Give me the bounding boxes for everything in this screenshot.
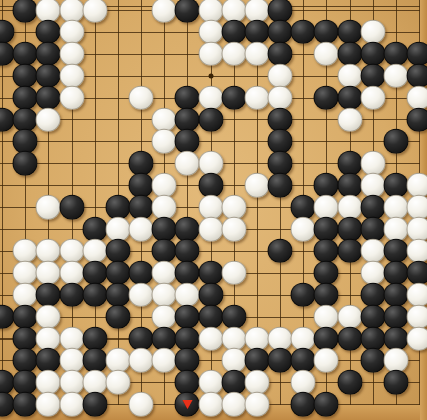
black-stone[interactable] (360, 63, 385, 88)
white-stone[interactable] (13, 282, 38, 307)
white-stone[interactable] (152, 173, 177, 198)
black-stone[interactable] (221, 370, 246, 395)
black-stone[interactable] (175, 392, 200, 417)
white-stone[interactable] (36, 370, 61, 395)
black-stone[interactable] (383, 261, 408, 286)
white-stone[interactable] (152, 107, 177, 132)
white-stone[interactable] (82, 370, 107, 395)
black-stone[interactable] (337, 85, 362, 110)
white-stone[interactable] (360, 85, 385, 110)
white-stone[interactable] (59, 20, 84, 45)
black-stone[interactable] (407, 42, 427, 67)
black-stone[interactable] (407, 107, 427, 132)
black-stone[interactable] (291, 392, 316, 417)
black-stone[interactable] (13, 348, 38, 373)
black-stone[interactable] (383, 129, 408, 154)
white-stone[interactable] (244, 370, 269, 395)
black-stone[interactable] (175, 85, 200, 110)
black-stone[interactable] (337, 370, 362, 395)
white-stone[interactable] (59, 326, 84, 351)
white-stone[interactable] (59, 42, 84, 67)
black-stone[interactable] (268, 20, 293, 45)
black-stone[interactable] (198, 173, 223, 198)
black-stone[interactable] (152, 239, 177, 264)
black-stone[interactable] (383, 239, 408, 264)
black-stone[interactable] (383, 173, 408, 198)
black-stone[interactable] (175, 261, 200, 286)
white-stone[interactable] (175, 282, 200, 307)
white-stone[interactable] (407, 326, 427, 351)
black-stone[interactable] (175, 239, 200, 264)
white-stone[interactable] (221, 326, 246, 351)
black-stone[interactable] (129, 195, 154, 220)
white-stone[interactable] (198, 217, 223, 242)
black-stone[interactable] (314, 282, 339, 307)
white-stone[interactable] (82, 0, 107, 22)
black-stone[interactable] (360, 42, 385, 67)
black-stone[interactable] (291, 282, 316, 307)
white-stone[interactable] (105, 348, 130, 373)
black-stone[interactable] (13, 85, 38, 110)
black-stone[interactable] (360, 348, 385, 373)
white-stone[interactable] (59, 348, 84, 373)
white-stone[interactable] (360, 151, 385, 176)
black-stone[interactable] (337, 42, 362, 67)
black-stone[interactable] (0, 20, 15, 45)
white-stone[interactable] (36, 239, 61, 264)
white-stone[interactable] (360, 239, 385, 264)
white-stone[interactable] (244, 326, 269, 351)
black-stone[interactable] (13, 304, 38, 329)
white-stone[interactable] (407, 239, 427, 264)
white-stone[interactable] (105, 370, 130, 395)
black-stone[interactable] (59, 195, 84, 220)
black-stone[interactable] (175, 304, 200, 329)
black-stone[interactable] (383, 282, 408, 307)
black-stone[interactable] (152, 326, 177, 351)
black-stone[interactable] (105, 195, 130, 220)
black-stone[interactable] (82, 282, 107, 307)
black-stone[interactable] (314, 217, 339, 242)
white-stone[interactable] (36, 261, 61, 286)
black-stone[interactable] (13, 63, 38, 88)
black-stone[interactable] (337, 20, 362, 45)
white-stone[interactable] (244, 42, 269, 67)
black-stone[interactable] (360, 217, 385, 242)
black-stone[interactable] (82, 217, 107, 242)
black-stone[interactable] (13, 151, 38, 176)
white-stone[interactable] (407, 195, 427, 220)
black-stone[interactable] (360, 195, 385, 220)
white-stone[interactable] (36, 392, 61, 417)
black-stone[interactable] (82, 326, 107, 351)
white-stone[interactable] (337, 304, 362, 329)
black-stone[interactable] (36, 282, 61, 307)
white-stone[interactable] (291, 217, 316, 242)
black-stone[interactable] (268, 151, 293, 176)
black-stone[interactable] (383, 326, 408, 351)
white-stone[interactable] (129, 348, 154, 373)
white-stone[interactable] (407, 173, 427, 198)
white-stone[interactable] (221, 217, 246, 242)
black-stone[interactable] (221, 304, 246, 329)
white-stone[interactable] (129, 392, 154, 417)
black-stone[interactable] (314, 239, 339, 264)
white-stone[interactable] (59, 63, 84, 88)
black-stone[interactable] (383, 304, 408, 329)
black-stone[interactable] (314, 20, 339, 45)
black-stone[interactable] (105, 261, 130, 286)
black-stone[interactable] (129, 261, 154, 286)
white-stone[interactable] (198, 42, 223, 67)
white-stone[interactable] (198, 20, 223, 45)
white-stone[interactable] (198, 326, 223, 351)
white-stone[interactable] (221, 261, 246, 286)
black-stone[interactable] (175, 129, 200, 154)
black-stone[interactable] (129, 173, 154, 198)
black-stone[interactable] (82, 348, 107, 373)
white-stone[interactable] (129, 217, 154, 242)
black-stone[interactable] (105, 239, 130, 264)
white-stone[interactable] (13, 239, 38, 264)
black-stone[interactable] (82, 261, 107, 286)
black-stone[interactable] (360, 304, 385, 329)
white-stone[interactable] (198, 392, 223, 417)
black-stone[interactable] (59, 282, 84, 307)
white-stone[interactable] (221, 42, 246, 67)
black-stone[interactable] (268, 239, 293, 264)
white-stone[interactable] (314, 195, 339, 220)
white-stone[interactable] (337, 195, 362, 220)
white-stone[interactable] (152, 195, 177, 220)
black-stone[interactable] (407, 261, 427, 286)
black-stone[interactable] (383, 370, 408, 395)
black-stone[interactable] (360, 282, 385, 307)
white-stone[interactable] (198, 151, 223, 176)
black-stone[interactable] (360, 326, 385, 351)
black-stone[interactable] (36, 85, 61, 110)
white-stone[interactable] (337, 63, 362, 88)
black-stone[interactable] (337, 217, 362, 242)
black-stone[interactable] (36, 348, 61, 373)
black-stone[interactable] (291, 20, 316, 45)
white-stone[interactable] (360, 20, 385, 45)
black-stone[interactable] (175, 107, 200, 132)
white-stone[interactable] (105, 217, 130, 242)
white-stone[interactable] (152, 261, 177, 286)
black-stone[interactable] (268, 173, 293, 198)
black-stone[interactable] (13, 326, 38, 351)
black-stone[interactable] (175, 0, 200, 22)
white-stone[interactable] (314, 348, 339, 373)
white-stone[interactable] (268, 63, 293, 88)
black-stone[interactable] (244, 20, 269, 45)
black-stone[interactable] (13, 392, 38, 417)
black-stone[interactable] (291, 348, 316, 373)
white-stone[interactable] (337, 107, 362, 132)
white-stone[interactable] (314, 304, 339, 329)
white-stone[interactable] (129, 85, 154, 110)
black-stone[interactable] (13, 370, 38, 395)
white-stone[interactable] (152, 282, 177, 307)
white-stone[interactable] (152, 304, 177, 329)
white-stone[interactable] (59, 239, 84, 264)
black-stone[interactable] (407, 63, 427, 88)
white-stone[interactable] (36, 326, 61, 351)
black-stone[interactable] (36, 20, 61, 45)
white-stone[interactable] (221, 392, 246, 417)
white-stone[interactable] (198, 85, 223, 110)
black-stone[interactable] (175, 217, 200, 242)
black-stone[interactable] (314, 85, 339, 110)
white-stone[interactable] (244, 85, 269, 110)
black-stone[interactable] (314, 326, 339, 351)
black-stone[interactable] (175, 326, 200, 351)
black-stone[interactable] (337, 151, 362, 176)
black-stone[interactable] (129, 151, 154, 176)
white-stone[interactable] (152, 348, 177, 373)
black-stone[interactable] (13, 129, 38, 154)
black-stone[interactable] (175, 370, 200, 395)
white-stone[interactable] (59, 370, 84, 395)
black-stone[interactable] (36, 42, 61, 67)
white-stone[interactable] (407, 217, 427, 242)
white-stone[interactable] (175, 151, 200, 176)
black-stone[interactable] (337, 326, 362, 351)
black-stone[interactable] (175, 348, 200, 373)
black-stone[interactable] (36, 63, 61, 88)
white-stone[interactable] (59, 392, 84, 417)
white-stone[interactable] (383, 348, 408, 373)
white-stone[interactable] (198, 195, 223, 220)
black-stone[interactable] (314, 261, 339, 286)
white-stone[interactable] (36, 304, 61, 329)
black-stone[interactable] (198, 261, 223, 286)
white-stone[interactable] (360, 261, 385, 286)
white-stone[interactable] (268, 85, 293, 110)
black-stone[interactable] (268, 42, 293, 67)
white-stone[interactable] (129, 282, 154, 307)
white-stone[interactable] (360, 173, 385, 198)
white-stone[interactable] (59, 85, 84, 110)
black-stone[interactable] (198, 107, 223, 132)
black-stone[interactable] (198, 304, 223, 329)
white-stone[interactable] (383, 195, 408, 220)
white-stone[interactable] (82, 239, 107, 264)
black-stone[interactable] (337, 173, 362, 198)
black-stone[interactable] (13, 107, 38, 132)
black-stone[interactable] (383, 42, 408, 67)
white-stone[interactable] (221, 195, 246, 220)
black-stone[interactable] (268, 129, 293, 154)
white-stone[interactable] (383, 217, 408, 242)
black-stone[interactable] (337, 239, 362, 264)
white-stone[interactable] (407, 304, 427, 329)
black-stone[interactable] (105, 304, 130, 329)
black-stone[interactable] (198, 282, 223, 307)
star-point (208, 73, 213, 78)
white-stone[interactable] (152, 129, 177, 154)
white-stone[interactable] (407, 85, 427, 110)
black-stone[interactable] (105, 282, 130, 307)
white-stone[interactable] (268, 326, 293, 351)
white-stone[interactable] (244, 392, 269, 417)
black-stone[interactable] (221, 85, 246, 110)
last-move-marker (182, 400, 192, 409)
black-stone[interactable] (152, 217, 177, 242)
black-stone[interactable] (314, 173, 339, 198)
white-stone[interactable] (59, 261, 84, 286)
black-stone[interactable] (291, 195, 316, 220)
white-stone[interactable] (383, 63, 408, 88)
white-stone[interactable] (36, 195, 61, 220)
white-stone[interactable] (152, 0, 177, 22)
white-stone[interactable] (244, 173, 269, 198)
go-game-screenshot (0, 0, 427, 420)
white-stone[interactable] (291, 326, 316, 351)
white-stone[interactable] (407, 282, 427, 307)
black-stone[interactable] (129, 326, 154, 351)
white-stone[interactable] (291, 370, 316, 395)
black-stone[interactable] (13, 0, 38, 22)
black-stone[interactable] (268, 348, 293, 373)
black-stone[interactable] (314, 392, 339, 417)
white-stone[interactable] (198, 370, 223, 395)
black-stone[interactable] (13, 42, 38, 67)
go-board[interactable] (0, 0, 427, 420)
white-stone[interactable] (13, 261, 38, 286)
black-stone[interactable] (268, 107, 293, 132)
white-stone[interactable] (36, 107, 61, 132)
black-stone[interactable] (82, 392, 107, 417)
black-stone[interactable] (244, 348, 269, 373)
black-stone[interactable] (221, 20, 246, 45)
white-stone[interactable] (314, 42, 339, 67)
white-stone[interactable] (221, 348, 246, 373)
